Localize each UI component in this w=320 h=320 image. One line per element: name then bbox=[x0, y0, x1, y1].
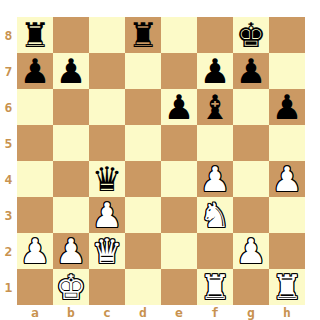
square-f6[interactable]: ♝ bbox=[197, 89, 233, 125]
square-g8[interactable]: ♚ bbox=[233, 17, 269, 53]
square-a3[interactable] bbox=[17, 197, 53, 233]
square-d1[interactable] bbox=[125, 269, 161, 305]
square-e4[interactable] bbox=[161, 161, 197, 197]
piece-white-pawn: ♟ bbox=[272, 161, 302, 197]
rank-labels: 87654321 bbox=[0, 17, 17, 305]
square-e3[interactable] bbox=[161, 197, 197, 233]
piece-white-pawn: ♟ bbox=[200, 161, 230, 197]
square-b5[interactable] bbox=[53, 125, 89, 161]
square-d4[interactable] bbox=[125, 161, 161, 197]
square-f8[interactable] bbox=[197, 17, 233, 53]
piece-black-rook: ♜ bbox=[20, 17, 50, 53]
square-g5[interactable] bbox=[233, 125, 269, 161]
piece-white-pawn: ♟ bbox=[20, 233, 50, 269]
piece-black-pawn: ♟ bbox=[56, 53, 86, 89]
square-h7[interactable] bbox=[269, 53, 305, 89]
square-h2[interactable] bbox=[269, 233, 305, 269]
piece-white-rook: ♜ bbox=[272, 269, 302, 305]
piece-black-pawn: ♟ bbox=[272, 89, 302, 125]
square-f5[interactable] bbox=[197, 125, 233, 161]
file-labels: abcdefgh bbox=[17, 304, 305, 320]
piece-black-king: ♚ bbox=[236, 17, 266, 53]
piece-black-pawn: ♟ bbox=[20, 53, 50, 89]
square-h8[interactable] bbox=[269, 17, 305, 53]
square-h6[interactable]: ♟ bbox=[269, 89, 305, 125]
square-e5[interactable] bbox=[161, 125, 197, 161]
square-d8[interactable]: ♜ bbox=[125, 17, 161, 53]
rank-label-6: 6 bbox=[0, 89, 17, 125]
square-g2[interactable]: ♟ bbox=[233, 233, 269, 269]
file-label-d: d bbox=[125, 304, 161, 320]
piece-black-queen: ♛ bbox=[92, 161, 122, 197]
file-label-g: g bbox=[233, 304, 269, 320]
file-label-e: e bbox=[161, 304, 197, 320]
square-g3[interactable] bbox=[233, 197, 269, 233]
square-c5[interactable] bbox=[89, 125, 125, 161]
square-f4[interactable]: ♟ bbox=[197, 161, 233, 197]
file-label-a: a bbox=[17, 304, 53, 320]
piece-white-queen: ♛ bbox=[92, 233, 122, 269]
piece-black-rook: ♜ bbox=[128, 17, 158, 53]
piece-black-pawn: ♟ bbox=[200, 53, 230, 89]
piece-white-pawn: ♟ bbox=[236, 233, 266, 269]
square-d3[interactable] bbox=[125, 197, 161, 233]
rank-label-4: 4 bbox=[0, 161, 17, 197]
square-g6[interactable] bbox=[233, 89, 269, 125]
square-g1[interactable] bbox=[233, 269, 269, 305]
square-d2[interactable] bbox=[125, 233, 161, 269]
square-b8[interactable] bbox=[53, 17, 89, 53]
square-h1[interactable]: ♜ bbox=[269, 269, 305, 305]
square-h4[interactable]: ♟ bbox=[269, 161, 305, 197]
rank-label-2: 2 bbox=[0, 233, 17, 269]
square-c3[interactable]: ♟ bbox=[89, 197, 125, 233]
square-h3[interactable] bbox=[269, 197, 305, 233]
square-a6[interactable] bbox=[17, 89, 53, 125]
square-e1[interactable] bbox=[161, 269, 197, 305]
piece-white-knight: ♞ bbox=[200, 197, 230, 233]
square-f7[interactable]: ♟ bbox=[197, 53, 233, 89]
square-e7[interactable] bbox=[161, 53, 197, 89]
square-h5[interactable] bbox=[269, 125, 305, 161]
square-b6[interactable] bbox=[53, 89, 89, 125]
square-c1[interactable] bbox=[89, 269, 125, 305]
file-label-f: f bbox=[197, 304, 233, 320]
rank-label-1: 1 bbox=[0, 269, 17, 305]
square-a1[interactable] bbox=[17, 269, 53, 305]
square-a7[interactable]: ♟ bbox=[17, 53, 53, 89]
rank-label-8: 8 bbox=[0, 17, 17, 53]
square-e6[interactable]: ♟ bbox=[161, 89, 197, 125]
rank-label-7: 7 bbox=[0, 53, 17, 89]
square-d5[interactable] bbox=[125, 125, 161, 161]
square-b4[interactable] bbox=[53, 161, 89, 197]
square-a2[interactable]: ♟ bbox=[17, 233, 53, 269]
square-e2[interactable] bbox=[161, 233, 197, 269]
file-label-c: c bbox=[89, 304, 125, 320]
square-a8[interactable]: ♜ bbox=[17, 17, 53, 53]
square-c6[interactable] bbox=[89, 89, 125, 125]
square-f1[interactable]: ♜ bbox=[197, 269, 233, 305]
piece-white-rook: ♜ bbox=[200, 269, 230, 305]
square-f2[interactable] bbox=[197, 233, 233, 269]
square-c7[interactable] bbox=[89, 53, 125, 89]
rank-label-5: 5 bbox=[0, 125, 17, 161]
square-f3[interactable]: ♞ bbox=[197, 197, 233, 233]
file-label-b: b bbox=[53, 304, 89, 320]
square-d7[interactable] bbox=[125, 53, 161, 89]
square-c2[interactable]: ♛ bbox=[89, 233, 125, 269]
square-c4[interactable]: ♛ bbox=[89, 161, 125, 197]
file-label-h: h bbox=[269, 304, 305, 320]
square-b3[interactable] bbox=[53, 197, 89, 233]
rank-label-3: 3 bbox=[0, 197, 17, 233]
square-g7[interactable]: ♟ bbox=[233, 53, 269, 89]
piece-white-pawn: ♟ bbox=[92, 197, 122, 233]
chess-board: ♜♜♚♟♟♟♟♟♝♟♛♟♟♟♞♟♟♛♟♚♜♜ bbox=[17, 17, 305, 305]
square-a4[interactable] bbox=[17, 161, 53, 197]
piece-white-king: ♚ bbox=[56, 269, 86, 305]
piece-black-pawn: ♟ bbox=[236, 53, 266, 89]
square-g4[interactable] bbox=[233, 161, 269, 197]
piece-black-pawn: ♟ bbox=[164, 89, 194, 125]
square-b2[interactable]: ♟ bbox=[53, 233, 89, 269]
piece-black-bishop: ♝ bbox=[200, 89, 230, 125]
square-b1[interactable]: ♚ bbox=[53, 269, 89, 305]
square-a5[interactable] bbox=[17, 125, 53, 161]
square-e8[interactable] bbox=[161, 17, 197, 53]
piece-white-pawn: ♟ bbox=[56, 233, 86, 269]
square-b7[interactable]: ♟ bbox=[53, 53, 89, 89]
square-d6[interactable] bbox=[125, 89, 161, 125]
square-c8[interactable] bbox=[89, 17, 125, 53]
